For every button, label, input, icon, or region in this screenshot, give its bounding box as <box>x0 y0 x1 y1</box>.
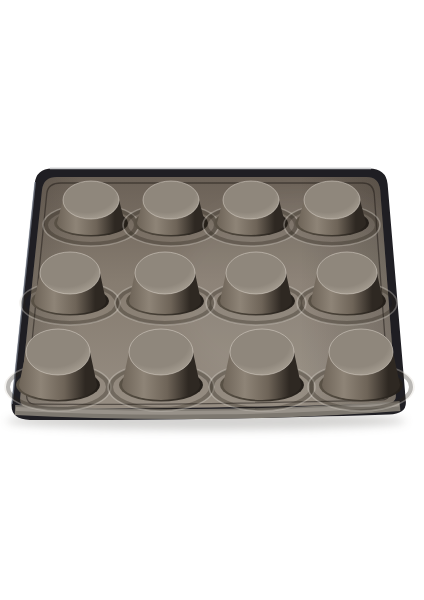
cup-top-face <box>40 252 100 294</box>
cup-top-face <box>26 329 90 375</box>
cup-top-face <box>63 181 119 219</box>
muffin-cups <box>5 181 414 411</box>
cup-top-face <box>223 181 279 219</box>
cup-top-face <box>226 252 286 294</box>
cup-top-face <box>329 329 393 375</box>
cup-top-face <box>317 252 377 294</box>
cup-top-face <box>143 181 199 219</box>
cup-top-face <box>304 181 360 219</box>
cup-top-face <box>129 329 193 375</box>
product-photo <box>0 0 424 600</box>
cup-top-face <box>230 329 294 375</box>
muffin-pan-scene <box>0 0 424 600</box>
cup-top-face <box>135 252 195 294</box>
